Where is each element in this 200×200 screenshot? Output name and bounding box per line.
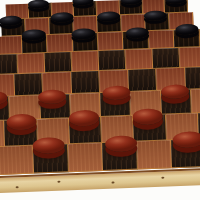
- red-checker-r8c3: [32, 137, 65, 155]
- square-r1c6-dark: [119, 0, 142, 15]
- square-r6c5-dark: [100, 92, 131, 117]
- square-r1c4-dark: [74, 1, 97, 17]
- square-r7c4-dark: [69, 117, 102, 144]
- square-r4c6-light: [125, 49, 153, 70]
- black-checker-r3c2: [22, 29, 46, 40]
- frame-knot: [16, 186, 19, 188]
- square-r3c1-light: [0, 36, 22, 55]
- square-r5c4-dark: [71, 71, 100, 94]
- square-r3c5-light: [98, 32, 124, 51]
- square-r7c6-dark: [133, 115, 166, 142]
- square-r8c2-light: [0, 146, 34, 175]
- square-r3c6-dark: [123, 31, 149, 50]
- square-r3c2-dark: [22, 35, 48, 54]
- red-checker-r6c3: [38, 89, 67, 104]
- square-r3c8-dark: [174, 29, 200, 48]
- board-assembly: [0, 0, 200, 195]
- black-checker-r3c6: [126, 27, 150, 38]
- square-r8c6-light: [136, 140, 172, 169]
- square-r1c2-dark: [28, 3, 51, 19]
- red-checker-r7c2: [6, 114, 37, 131]
- square-r4c8-light: [179, 47, 200, 68]
- black-checker-r2c1: [0, 15, 22, 26]
- black-checker-r2c5: [97, 11, 119, 22]
- square-r6c3-dark: [40, 94, 71, 119]
- square-r5c6-dark: [128, 69, 157, 92]
- square-r8c5-dark: [102, 142, 138, 171]
- black-checker-r1c2: [28, 0, 49, 9]
- black-checker-r3c4: [71, 29, 95, 40]
- black-checker-r1c8: [165, 0, 186, 4]
- black-checker-r2c7: [144, 10, 166, 21]
- red-checker-r8c7: [172, 131, 200, 149]
- square-r2c3-dark: [49, 17, 74, 35]
- square-r6c8-light: [191, 88, 200, 113]
- black-checker-r2c3: [51, 12, 73, 23]
- square-r6c7-dark: [161, 90, 192, 115]
- black-checker-r3c8: [175, 24, 199, 35]
- frame-knot: [111, 182, 114, 184]
- checkers-board: [0, 0, 200, 177]
- square-r4c5-dark: [98, 50, 126, 71]
- square-r2c5-dark: [97, 15, 122, 33]
- red-checker-r8c5: [105, 135, 138, 153]
- square-r4c1-dark: [0, 54, 19, 75]
- frame-knot: [57, 181, 60, 183]
- square-r8c3-dark: [33, 144, 69, 173]
- square-r4c3-dark: [45, 52, 73, 73]
- square-r1c8-dark: [165, 0, 188, 13]
- red-checker-r6c7: [161, 84, 190, 99]
- square-r4c4-light: [72, 51, 100, 72]
- square-r4c7-dark: [152, 48, 180, 69]
- frame-knot: [161, 177, 164, 179]
- square-r8c4-light: [68, 143, 104, 172]
- square-r8c7-dark: [171, 139, 200, 168]
- red-checker-r6c5: [102, 85, 131, 100]
- red-checker-r7c4: [69, 110, 100, 127]
- square-r4c2-light: [18, 53, 46, 74]
- square-r3c7-light: [148, 30, 174, 49]
- black-checker-r1c4: [72, 0, 93, 6]
- red-checker-r7c6: [132, 108, 163, 125]
- square-r3c4-dark: [72, 33, 98, 52]
- square-r3c3-light: [47, 34, 73, 53]
- checkers-board-photo: [0, 0, 200, 200]
- black-checker-r1c6: [121, 0, 142, 5]
- square-r2c7-dark: [145, 13, 170, 31]
